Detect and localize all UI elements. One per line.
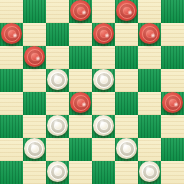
- square-g6: [138, 46, 161, 69]
- red-man[interactable]: [93, 23, 114, 44]
- square-a8: [0, 0, 23, 23]
- square-f4[interactable]: [115, 92, 138, 115]
- checkers-board: [0, 0, 184, 184]
- red-man[interactable]: [139, 23, 160, 44]
- square-f7: [115, 23, 138, 46]
- square-f2[interactable]: [115, 138, 138, 161]
- red-man[interactable]: [162, 92, 183, 113]
- square-h4[interactable]: [161, 92, 184, 115]
- square-h8[interactable]: [161, 0, 184, 23]
- square-e3[interactable]: [92, 115, 115, 138]
- square-g3[interactable]: [138, 115, 161, 138]
- square-b1: [23, 161, 46, 184]
- white-man[interactable]: [116, 138, 137, 159]
- square-d2[interactable]: [69, 138, 92, 161]
- square-d3: [69, 115, 92, 138]
- square-g7[interactable]: [138, 23, 161, 46]
- square-b6[interactable]: [23, 46, 46, 69]
- square-e7[interactable]: [92, 23, 115, 46]
- square-c2: [46, 138, 69, 161]
- square-h3: [161, 115, 184, 138]
- square-h2[interactable]: [161, 138, 184, 161]
- white-man[interactable]: [139, 161, 160, 182]
- square-c3[interactable]: [46, 115, 69, 138]
- square-e2: [92, 138, 115, 161]
- square-b2[interactable]: [23, 138, 46, 161]
- square-a6: [0, 46, 23, 69]
- square-a1[interactable]: [0, 161, 23, 184]
- square-b4[interactable]: [23, 92, 46, 115]
- square-g5[interactable]: [138, 69, 161, 92]
- red-man[interactable]: [1, 23, 22, 44]
- white-man[interactable]: [24, 138, 45, 159]
- square-e4: [92, 92, 115, 115]
- square-h1: [161, 161, 184, 184]
- square-a5[interactable]: [0, 69, 23, 92]
- square-g8: [138, 0, 161, 23]
- square-b7: [23, 23, 46, 46]
- red-man[interactable]: [24, 46, 45, 67]
- white-man[interactable]: [47, 115, 68, 136]
- square-e6: [92, 46, 115, 69]
- square-h7: [161, 23, 184, 46]
- square-b3: [23, 115, 46, 138]
- square-f5: [115, 69, 138, 92]
- square-d7: [69, 23, 92, 46]
- red-man[interactable]: [70, 92, 91, 113]
- square-c1[interactable]: [46, 161, 69, 184]
- white-man[interactable]: [47, 161, 68, 182]
- square-d8[interactable]: [69, 0, 92, 23]
- square-b5: [23, 69, 46, 92]
- square-f1: [115, 161, 138, 184]
- square-a7[interactable]: [0, 23, 23, 46]
- square-a2: [0, 138, 23, 161]
- square-e1[interactable]: [92, 161, 115, 184]
- red-man[interactable]: [70, 0, 91, 21]
- square-c4: [46, 92, 69, 115]
- square-d5: [69, 69, 92, 92]
- square-b8[interactable]: [23, 0, 46, 23]
- square-a4: [0, 92, 23, 115]
- square-e5[interactable]: [92, 69, 115, 92]
- square-c7[interactable]: [46, 23, 69, 46]
- square-g4: [138, 92, 161, 115]
- white-man[interactable]: [93, 69, 114, 90]
- square-c5[interactable]: [46, 69, 69, 92]
- square-g2: [138, 138, 161, 161]
- square-d1: [69, 161, 92, 184]
- square-f8[interactable]: [115, 0, 138, 23]
- square-e8: [92, 0, 115, 23]
- square-g1[interactable]: [138, 161, 161, 184]
- red-man[interactable]: [116, 0, 137, 21]
- square-d6[interactable]: [69, 46, 92, 69]
- white-man[interactable]: [93, 115, 114, 136]
- square-c6: [46, 46, 69, 69]
- square-d4[interactable]: [69, 92, 92, 115]
- square-f6[interactable]: [115, 46, 138, 69]
- square-f3: [115, 115, 138, 138]
- square-h5: [161, 69, 184, 92]
- square-c8: [46, 0, 69, 23]
- square-a3[interactable]: [0, 115, 23, 138]
- white-man[interactable]: [47, 69, 68, 90]
- square-h6[interactable]: [161, 46, 184, 69]
